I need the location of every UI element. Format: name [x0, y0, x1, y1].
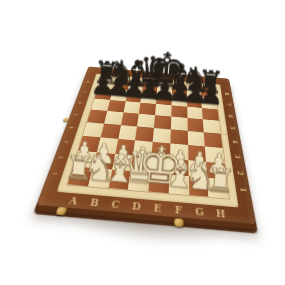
square-d5[interactable]	[137, 114, 155, 128]
square-c2[interactable]: ♟	[112, 153, 134, 171]
square-f6[interactable]	[171, 105, 187, 118]
square-h5[interactable]	[203, 120, 221, 134]
square-f2[interactable]: ♟	[169, 158, 188, 176]
square-e5[interactable]	[154, 115, 171, 129]
square-d4[interactable]	[135, 126, 154, 141]
brass-clasp-side-left	[63, 117, 69, 121]
board-grid: ♜♞♝♛♚♝♞♜♟♟♟♟♟♟♟♟♟♟♟♟♟♟♟♟♜♞♝♛♚♝♞♜	[68, 78, 229, 198]
brass-clasp-front-left	[56, 207, 67, 216]
square-d1[interactable]: ♛	[128, 172, 150, 192]
square-b3[interactable]	[97, 137, 118, 153]
file-label-c: C	[104, 197, 127, 211]
square-g1[interactable]: ♞	[188, 177, 209, 197]
square-c1[interactable]: ♝	[108, 170, 131, 190]
file-label-g: G	[186, 76, 200, 82]
square-g4[interactable]	[187, 131, 205, 146]
square-b4[interactable]	[100, 124, 120, 139]
chess-board: ABCDEFGH ABCDEFGH 87654321 87654321 ♜♞♝♛…	[36, 66, 256, 224]
square-f5[interactable]	[171, 117, 188, 131]
square-h1[interactable]: ♜	[207, 178, 229, 198]
square-e4[interactable]	[153, 128, 171, 143]
file-label-b: B	[82, 195, 106, 209]
square-f4[interactable]	[170, 129, 187, 144]
square-a2[interactable]: ♟	[73, 150, 96, 168]
black-rook: ♜	[195, 66, 224, 98]
square-c6[interactable]	[123, 101, 141, 114]
square-c4[interactable]	[118, 125, 137, 140]
file-label-f: F	[168, 203, 189, 217]
square-g3[interactable]	[188, 145, 207, 162]
square-h4[interactable]	[204, 132, 222, 147]
file-label-h: H	[210, 206, 232, 220]
square-g5[interactable]	[187, 118, 204, 132]
square-h2[interactable]: ♟	[206, 161, 226, 179]
square-h3[interactable]	[205, 146, 224, 163]
file-label-a: A	[61, 194, 85, 208]
product-photo: ABCDEFGH ABCDEFGH 87654321 87654321 ♜♞♝♛…	[0, 0, 285, 285]
square-c5[interactable]	[121, 113, 139, 127]
file-label-d: D	[125, 199, 147, 213]
scene: ABCDEFGH ABCDEFGH 87654321 87654321 ♜♞♝♛…	[0, 0, 285, 285]
maple-border: ♜♞♝♛♚♝♞♜♟♟♟♟♟♟♟♟♟♟♟♟♟♟♟♟♜♞♝♛♚♝♞♜	[57, 74, 239, 208]
square-e2[interactable]: ♟	[150, 157, 170, 175]
square-g2[interactable]: ♟	[188, 160, 208, 178]
square-a3[interactable]	[78, 136, 100, 152]
square-h6[interactable]	[202, 108, 219, 121]
square-e1[interactable]: ♚	[148, 173, 169, 193]
file-label-g: G	[189, 204, 211, 218]
brass-clasp-front-right	[175, 218, 184, 227]
square-f1[interactable]: ♝	[169, 175, 189, 195]
square-f3[interactable]	[170, 143, 188, 160]
square-e3[interactable]	[151, 142, 170, 159]
square-c3[interactable]	[115, 139, 135, 155]
square-a4[interactable]	[83, 122, 104, 137]
file-label-e: E	[146, 201, 168, 215]
square-d3[interactable]	[133, 140, 153, 157]
square-d2[interactable]: ♟	[131, 155, 152, 173]
